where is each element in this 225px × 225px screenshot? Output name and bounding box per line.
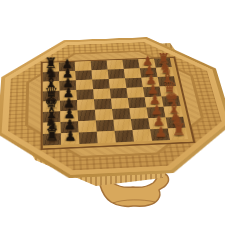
chess-board: ♜♟♟♜♞♟♟♞♝♟♟♝♛♟♟♛♚♟♟♚♝♟♟♝♞♟♟♞♜♟♟♜: [0, 35, 225, 182]
board-grid: ♜♟♟♜♞♟♟♞♝♟♟♝♛♟♟♛♚♟♟♚♝♟♟♝♞♟♟♞♜♟♟♜: [43, 58, 188, 146]
white-rook: ♜: [170, 122, 188, 138]
square: ♜: [168, 128, 188, 140]
square: [75, 61, 92, 71]
square: ♟: [150, 128, 170, 140]
white-pawn: ♟: [152, 125, 170, 139]
square: [111, 98, 129, 109]
square: [115, 130, 134, 142]
square: [78, 120, 97, 132]
square: ♟: [61, 132, 80, 144]
square: [128, 97, 147, 108]
black-pawn: ♟: [61, 129, 79, 143]
black-rook: ♜: [43, 128, 61, 144]
product-photo: ♜♟♟♜♞♟♟♞♝♟♟♝♛♟♟♛♚♟♟♚♝♟♟♝♞♟♟♞♜♟♟♜: [0, 0, 225, 225]
square: [113, 119, 132, 131]
board-frame: ♜♟♟♜♞♟♟♞♝♟♟♝♛♟♟♛♚♟♟♚♝♟♟♝♞♟♟♞♜♟♟♜: [41, 57, 196, 150]
square: ♜: [43, 133, 61, 145]
